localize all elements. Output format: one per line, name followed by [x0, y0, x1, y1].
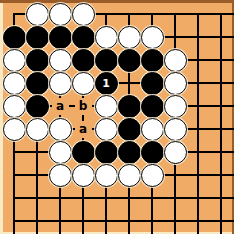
black-stone [3, 26, 26, 49]
black-stone-move-1: 1 [95, 72, 118, 95]
black-stone [118, 141, 141, 164]
black-stone [49, 26, 72, 49]
black-stone [118, 49, 141, 72]
white-stone [3, 95, 26, 118]
white-stone [164, 118, 187, 141]
white-stone [164, 141, 187, 164]
point-label-a: a [75, 121, 92, 138]
go-board-diagram: 1aba [0, 0, 234, 234]
board-frame-right [232, 0, 234, 234]
white-stone [141, 164, 164, 187]
black-stone [141, 141, 164, 164]
white-stone [164, 72, 187, 95]
black-stone [26, 72, 49, 95]
white-stone [164, 49, 187, 72]
white-stone [95, 26, 118, 49]
white-stone [118, 26, 141, 49]
black-stone [72, 141, 95, 164]
white-stone [72, 3, 95, 26]
white-stone [164, 95, 187, 118]
black-stone [141, 95, 164, 118]
black-stone [141, 49, 164, 72]
black-stone [26, 95, 49, 118]
white-stone [49, 141, 72, 164]
white-stone [141, 118, 164, 141]
white-stone [49, 72, 72, 95]
black-stone [72, 26, 95, 49]
white-stone [95, 118, 118, 141]
white-stone [49, 118, 72, 141]
white-stone [26, 3, 49, 26]
white-stone [72, 164, 95, 187]
black-stone [118, 95, 141, 118]
black-stone [141, 72, 164, 95]
grid-line-vertical [220, 13, 222, 234]
white-stone [49, 3, 72, 26]
white-stone [141, 26, 164, 49]
white-stone [118, 164, 141, 187]
white-stone [72, 72, 95, 95]
white-stone [26, 118, 49, 141]
point-label-b: b [75, 98, 92, 115]
white-stone [49, 164, 72, 187]
white-stone [49, 49, 72, 72]
black-stone [95, 141, 118, 164]
board-frame-bottom [0, 232, 234, 234]
white-stone [3, 118, 26, 141]
grid-line-horizontal [13, 197, 234, 199]
move-number-label: 1 [102, 78, 110, 89]
point-label-a: a [52, 98, 69, 115]
grid-line-horizontal [13, 220, 234, 222]
white-stone [95, 95, 118, 118]
white-stone [95, 164, 118, 187]
black-stone [72, 49, 95, 72]
black-stone [26, 49, 49, 72]
black-stone [118, 118, 141, 141]
white-stone [3, 49, 26, 72]
black-stone [26, 26, 49, 49]
white-stone [3, 72, 26, 95]
black-stone [95, 49, 118, 72]
grid-line-vertical [197, 13, 199, 234]
